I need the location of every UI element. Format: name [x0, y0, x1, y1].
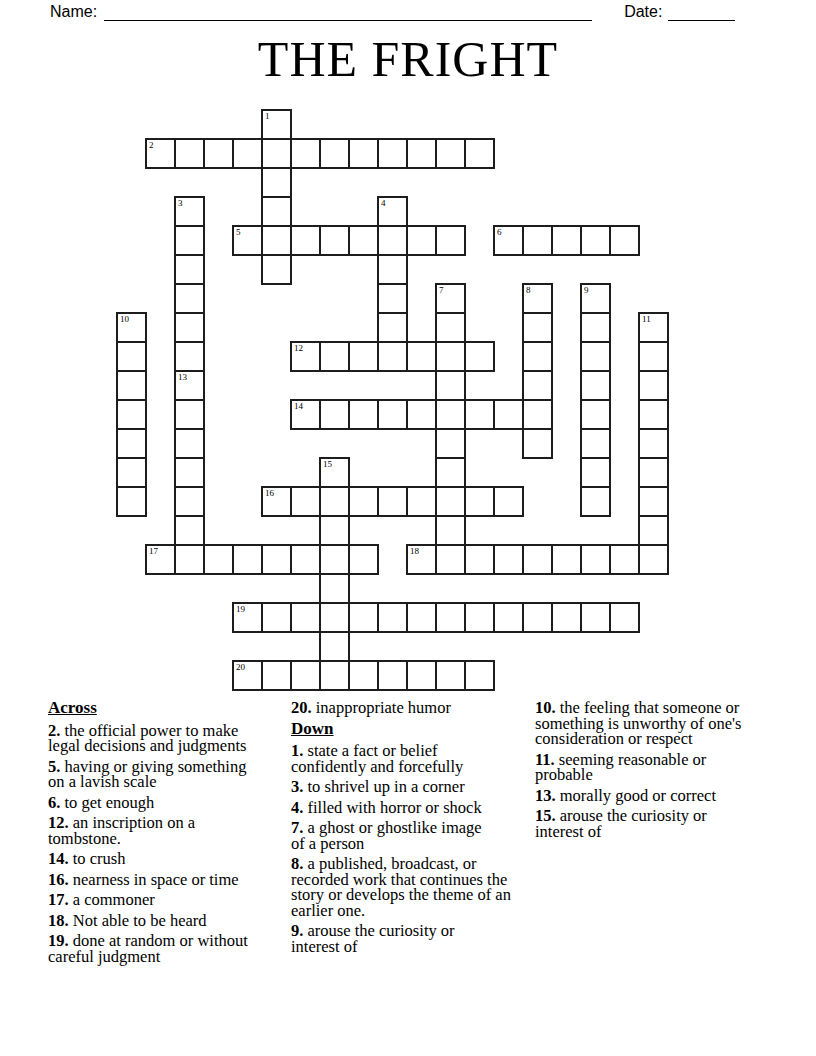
- grid-cell-r10c9[interactable]: [377, 399, 408, 430]
- clue-number-label: 14.: [48, 849, 69, 868]
- cell-number-1: 1: [265, 111, 270, 121]
- grid-cell-r4c10[interactable]: [406, 225, 437, 256]
- grid-cell-r4c4[interactable]: 5: [232, 225, 263, 256]
- name-label: Name:: [50, 3, 97, 21]
- grid-cell-r13c6[interactable]: [290, 486, 321, 517]
- clue-across-6: 6. to get enough: [48, 795, 290, 811]
- cell-number-14: 14: [294, 401, 303, 411]
- grid-cell-r16c7[interactable]: [319, 573, 350, 604]
- clue-number-label: 18.: [48, 911, 69, 930]
- clue-number-label: 7.: [291, 818, 303, 837]
- grid-cell-r4c6[interactable]: [290, 225, 321, 256]
- grid-cell-r17c10[interactable]: [406, 602, 437, 633]
- grid-cell-r1c4[interactable]: [232, 138, 263, 169]
- grid-cell-r15c16[interactable]: [580, 544, 611, 575]
- grid-cell-r13c9[interactable]: [377, 486, 408, 517]
- grid-cell-r14c2[interactable]: [174, 515, 205, 546]
- grid-cell-r8c2[interactable]: [174, 341, 205, 372]
- clue-number-label: 16.: [48, 870, 69, 889]
- grid-cell-r15c7[interactable]: [319, 544, 350, 575]
- clue-down-11: 11. seeming reasonable orprobable: [535, 752, 777, 783]
- clue-number-label: 2.: [48, 721, 60, 740]
- grid-cell-r8c18[interactable]: [638, 341, 669, 372]
- grid-cell-r10c14[interactable]: [522, 399, 553, 430]
- grid-cell-r17c14[interactable]: [522, 602, 553, 633]
- cell-number-8: 8: [526, 285, 531, 295]
- grid-cell-r14c11[interactable]: [435, 515, 466, 546]
- clue-number-label: 6.: [48, 793, 60, 812]
- grid-cell-r10c10[interactable]: [406, 399, 437, 430]
- grid-cell-r1c12[interactable]: [464, 138, 495, 169]
- cell-number-16: 16: [265, 488, 274, 498]
- grid-cell-r15c17[interactable]: [609, 544, 640, 575]
- grid-cell-r12c11[interactable]: [435, 457, 466, 488]
- grid-cell-r19c8[interactable]: [348, 660, 379, 691]
- grid-cell-r10c0[interactable]: [116, 399, 147, 430]
- cell-number-3: 3: [178, 198, 183, 208]
- grid-cell-r17c17[interactable]: [609, 602, 640, 633]
- grid-cell-r13c2[interactable]: [174, 486, 205, 517]
- grid-cell-r4c7[interactable]: [319, 225, 350, 256]
- name-input-line[interactable]: [104, 3, 592, 21]
- grid-cell-r19c7[interactable]: [319, 660, 350, 691]
- grid-cell-r13c10[interactable]: [406, 486, 437, 517]
- grid-cell-r17c7[interactable]: [319, 602, 350, 633]
- grid-cell-r14c7[interactable]: [319, 515, 350, 546]
- grid-cell-r7c9[interactable]: [377, 312, 408, 343]
- cell-number-20: 20: [236, 662, 245, 672]
- grid-cell-r19c6[interactable]: [290, 660, 321, 691]
- grid-cell-r4c16[interactable]: [580, 225, 611, 256]
- grid-cell-r1c11[interactable]: [435, 138, 466, 169]
- grid-cell-r12c18[interactable]: [638, 457, 669, 488]
- grid-cell-r18c7[interactable]: [319, 631, 350, 662]
- cell-number-2: 2: [149, 140, 154, 150]
- grid-cell-r8c7[interactable]: [319, 341, 350, 372]
- grid-cell-r8c14[interactable]: [522, 341, 553, 372]
- grid-cell-r15c5[interactable]: [261, 544, 292, 575]
- cell-number-10: 10: [120, 314, 129, 324]
- grid-cell-r19c5[interactable]: [261, 660, 292, 691]
- clues-heading-down: Down: [291, 721, 533, 737]
- cell-number-4: 4: [381, 198, 386, 208]
- grid-cell-r17c16[interactable]: [580, 602, 611, 633]
- clue-number-label: 11.: [535, 750, 555, 769]
- grid-cell-r4c2[interactable]: [174, 225, 205, 256]
- grid-cell-r4c17[interactable]: [609, 225, 640, 256]
- grid-cell-r7c0[interactable]: 10: [116, 312, 147, 343]
- grid-cell-r13c8[interactable]: [348, 486, 379, 517]
- grid-cell-r10c16[interactable]: [580, 399, 611, 430]
- grid-cell-r15c14[interactable]: [522, 544, 553, 575]
- grid-cell-r14c18[interactable]: [638, 515, 669, 546]
- cell-number-6: 6: [497, 227, 502, 237]
- clue-down-4: 4. filled with horror or shock: [291, 800, 533, 816]
- clue-down-9: 9. arouse the curiosity orinterest of: [291, 923, 533, 954]
- grid-cell-r11c14[interactable]: [522, 428, 553, 459]
- grid-cell-r17c11[interactable]: [435, 602, 466, 633]
- grid-cell-r7c18[interactable]: 11: [638, 312, 669, 343]
- clue-number-label: 15.: [535, 806, 556, 825]
- grid-cell-r4c13[interactable]: 6: [493, 225, 524, 256]
- grid-cell-r15c8[interactable]: [348, 544, 379, 575]
- grid-cell-r1c8[interactable]: [348, 138, 379, 169]
- grid-cell-r17c4[interactable]: 19: [232, 602, 263, 633]
- grid-cell-r10c11[interactable]: [435, 399, 466, 430]
- clue-number-label: 13.: [535, 786, 556, 805]
- grid-cell-r12c7[interactable]: 15: [319, 457, 350, 488]
- grid-cell-r12c0[interactable]: [116, 457, 147, 488]
- grid-cell-r19c12[interactable]: [464, 660, 495, 691]
- clue-across-14: 14. to crush: [48, 851, 290, 867]
- clue-down-7: 7. a ghost or ghostlike imageof a person: [291, 820, 533, 851]
- grid-cell-r17c13[interactable]: [493, 602, 524, 633]
- clue-down-13: 13. morally good or correct: [535, 788, 777, 804]
- grid-cell-r2c5[interactable]: [261, 167, 292, 198]
- date-input-line[interactable]: [668, 3, 735, 21]
- grid-cell-r9c18[interactable]: [638, 370, 669, 401]
- grid-cell-r1c5[interactable]: [261, 138, 292, 169]
- grid-cell-r13c18[interactable]: [638, 486, 669, 517]
- grid-cell-r4c5[interactable]: [261, 225, 292, 256]
- cell-number-18: 18: [410, 546, 419, 556]
- grid-cell-r11c16[interactable]: [580, 428, 611, 459]
- cell-number-19: 19: [236, 604, 245, 614]
- clue-column-1: 20. inappropriate humorDown1. state a fa…: [291, 700, 533, 959]
- clue-across-16: 16. nearness in space or time: [48, 872, 290, 888]
- grid-cell-r17c8[interactable]: [348, 602, 379, 633]
- clue-across-12: 12. an inscription on atombstone.: [48, 815, 290, 846]
- cell-number-13: 13: [178, 372, 187, 382]
- clue-number-label: 8.: [291, 854, 303, 873]
- grid-cell-r1c7[interactable]: [319, 138, 350, 169]
- cell-number-11: 11: [642, 314, 651, 324]
- grid-cell-r8c11[interactable]: [435, 341, 466, 372]
- grid-cell-r7c14[interactable]: [522, 312, 553, 343]
- grid-cell-r6c14[interactable]: 8: [522, 283, 553, 314]
- grid-cell-r10c8[interactable]: [348, 399, 379, 430]
- grid-cell-r15c2[interactable]: [174, 544, 205, 575]
- crossword-grid: 1234567891011121314151617181920: [117, 110, 668, 690]
- grid-cell-r15c6[interactable]: [290, 544, 321, 575]
- grid-cell-r13c12[interactable]: [464, 486, 495, 517]
- grid-cell-r4c15[interactable]: [551, 225, 582, 256]
- grid-cell-r1c2[interactable]: [174, 138, 205, 169]
- grid-cell-r8c8[interactable]: [348, 341, 379, 372]
- grid-cell-r17c12[interactable]: [464, 602, 495, 633]
- grid-cell-r5c5[interactable]: [261, 254, 292, 285]
- grid-cell-r4c14[interactable]: [522, 225, 553, 256]
- grid-cell-r9c0[interactable]: [116, 370, 147, 401]
- clue-number-label: 1.: [291, 741, 303, 760]
- grid-cell-r13c16[interactable]: [580, 486, 611, 517]
- grid-cell-r5c2[interactable]: [174, 254, 205, 285]
- clue-column-2: 10. the feeling that someone orsomething…: [535, 700, 777, 844]
- grid-cell-r8c10[interactable]: [406, 341, 437, 372]
- clue-number-label: 12.: [48, 813, 69, 832]
- grid-cell-r9c11[interactable]: [435, 370, 466, 401]
- grid-cell-r12c16[interactable]: [580, 457, 611, 488]
- grid-cell-r11c0[interactable]: [116, 428, 147, 459]
- grid-cell-r19c9[interactable]: [377, 660, 408, 691]
- cell-number-12: 12: [294, 343, 303, 353]
- clue-number-label: 20.: [291, 698, 312, 717]
- grid-cell-r13c0[interactable]: [116, 486, 147, 517]
- grid-cell-r15c12[interactable]: [464, 544, 495, 575]
- grid-cell-r1c9[interactable]: [377, 138, 408, 169]
- clue-number-label: 10.: [535, 698, 556, 717]
- grid-cell-r19c11[interactable]: [435, 660, 466, 691]
- grid-cell-r10c7[interactable]: [319, 399, 350, 430]
- grid-cell-r8c9[interactable]: [377, 341, 408, 372]
- grid-cell-r11c11[interactable]: [435, 428, 466, 459]
- clue-across-17: 17. a commoner: [48, 892, 290, 908]
- clue-across-5: 5. having or giving somethingon a lavish…: [48, 759, 290, 790]
- grid-cell-r4c9[interactable]: [377, 225, 408, 256]
- grid-cell-r13c13[interactable]: [493, 486, 524, 517]
- grid-cell-r17c9[interactable]: [377, 602, 408, 633]
- grid-cell-r11c18[interactable]: [638, 428, 669, 459]
- grid-cell-r15c13[interactable]: [493, 544, 524, 575]
- grid-cell-r1c6[interactable]: [290, 138, 321, 169]
- grid-cell-r9c14[interactable]: [522, 370, 553, 401]
- clue-number-label: 3.: [291, 777, 303, 796]
- grid-cell-r15c11[interactable]: [435, 544, 466, 575]
- grid-cell-r10c6[interactable]: 14: [290, 399, 321, 430]
- grid-cell-r3c2[interactable]: 3: [174, 196, 205, 227]
- grid-cell-r7c2[interactable]: [174, 312, 205, 343]
- cell-number-17: 17: [149, 546, 158, 556]
- grid-cell-r6c16[interactable]: 9: [580, 283, 611, 314]
- grid-cell-r17c15[interactable]: [551, 602, 582, 633]
- grid-cell-r5c9[interactable]: [377, 254, 408, 285]
- grid-cell-r9c2[interactable]: 13: [174, 370, 205, 401]
- puzzle-title: THE FRIGHT: [0, 33, 816, 85]
- grid-cell-r10c18[interactable]: [638, 399, 669, 430]
- grid-cell-r17c5[interactable]: [261, 602, 292, 633]
- grid-cell-r15c15[interactable]: [551, 544, 582, 575]
- grid-cell-r13c7[interactable]: [319, 486, 350, 517]
- grid-cell-r15c3[interactable]: [203, 544, 234, 575]
- crossword-worksheet-page: Name: Date: THE FRIGHT 12345678910111213…: [0, 0, 816, 1056]
- grid-cell-r8c16[interactable]: [580, 341, 611, 372]
- clue-across-18: 18. Not able to be heard: [48, 913, 290, 929]
- cell-number-5: 5: [236, 227, 241, 237]
- cell-number-9: 9: [584, 285, 589, 295]
- grid-cell-r10c2[interactable]: [174, 399, 205, 430]
- clue-down-10: 10. the feeling that someone orsomething…: [535, 700, 777, 747]
- clue-down-3: 3. to shrivel up in a corner: [291, 779, 533, 795]
- clue-across-2: 2. the official power to makelegal decis…: [48, 723, 290, 754]
- cell-number-7: 7: [439, 285, 444, 295]
- clue-down-15: 15. arouse the curiosity orinterest of: [535, 808, 777, 839]
- grid-cell-r15c1[interactable]: 17: [145, 544, 176, 575]
- grid-cell-r19c10[interactable]: [406, 660, 437, 691]
- grid-cell-r15c10[interactable]: 18: [406, 544, 437, 575]
- grid-cell-r8c6[interactable]: 12: [290, 341, 321, 372]
- grid-cell-r11c2[interactable]: [174, 428, 205, 459]
- grid-cell-r3c5[interactable]: [261, 196, 292, 227]
- grid-cell-r12c2[interactable]: [174, 457, 205, 488]
- grid-cell-r7c11[interactable]: [435, 312, 466, 343]
- clue-across-19: 19. done at random or withoutcareful jud…: [48, 933, 290, 964]
- grid-cell-r19c4[interactable]: 20: [232, 660, 263, 691]
- grid-cell-r15c4[interactable]: [232, 544, 263, 575]
- grid-cell-r3c9[interactable]: 4: [377, 196, 408, 227]
- grid-cell-r15c18[interactable]: [638, 544, 669, 575]
- grid-cell-r1c1[interactable]: 2: [145, 138, 176, 169]
- cell-number-15: 15: [323, 459, 332, 469]
- clues-heading-across: Across: [48, 700, 290, 716]
- worksheet-header: Name: Date:: [50, 3, 742, 21]
- grid-cell-r7c16[interactable]: [580, 312, 611, 343]
- grid-cell-r6c11[interactable]: 7: [435, 283, 466, 314]
- grid-cell-r4c11[interactable]: [435, 225, 466, 256]
- grid-cell-r8c0[interactable]: [116, 341, 147, 372]
- grid-cell-r10c13[interactable]: [493, 399, 524, 430]
- clue-number-label: 9.: [291, 921, 303, 940]
- grid-cell-r10c12[interactable]: [464, 399, 495, 430]
- grid-cell-r1c3[interactable]: [203, 138, 234, 169]
- clue-across-20: 20. inappropriate humor: [291, 700, 533, 716]
- grid-cell-r8c12[interactable]: [464, 341, 495, 372]
- clue-number-label: 4.: [291, 798, 303, 817]
- clue-down-1: 1. state a fact or beliefconfidently and…: [291, 743, 533, 774]
- clue-down-8: 8. a published, broadcast, orrecorded wo…: [291, 856, 533, 918]
- grid-cell-r6c9[interactable]: [377, 283, 408, 314]
- clue-number-label: 19.: [48, 931, 69, 950]
- grid-cell-r0c5[interactable]: 1: [261, 109, 292, 140]
- clue-number-label: 17.: [48, 890, 69, 909]
- clue-number-label: 5.: [48, 757, 60, 776]
- grid-cell-r6c2[interactable]: [174, 283, 205, 314]
- grid-cell-r13c11[interactable]: [435, 486, 466, 517]
- grid-cell-r4c8[interactable]: [348, 225, 379, 256]
- grid-cell-r1c10[interactable]: [406, 138, 437, 169]
- date-label: Date:: [624, 3, 662, 21]
- clue-column-0: Across2. the official power to makelegal…: [48, 700, 290, 969]
- grid-cell-r13c5[interactable]: 16: [261, 486, 292, 517]
- grid-cell-r9c16[interactable]: [580, 370, 611, 401]
- grid-cell-r17c6[interactable]: [290, 602, 321, 633]
